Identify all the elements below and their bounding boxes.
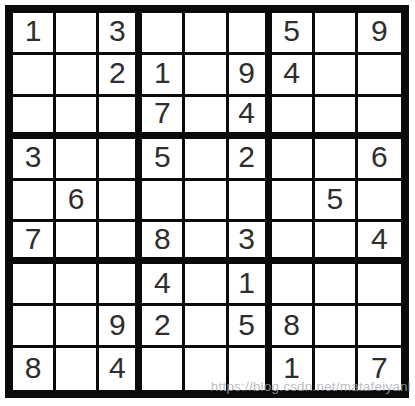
given-digit: 3	[109, 16, 126, 46]
cell-r1c7[interactable]: 5	[272, 13, 315, 55]
cell-r6c6[interactable]: 3	[229, 222, 272, 264]
cell-r4c8[interactable]	[315, 139, 358, 181]
cell-r7c3[interactable]	[99, 264, 142, 306]
cell-r8c9[interactable]	[358, 306, 401, 348]
sudoku-page: 135921947435266578344192588417 https://b…	[0, 0, 415, 406]
given-digit: 4	[283, 58, 300, 88]
given-digit: 8	[154, 224, 171, 254]
given-digit: 7	[371, 353, 388, 383]
given-digit: 7	[25, 224, 42, 254]
cell-r6c1[interactable]: 7	[13, 222, 56, 264]
cell-r1c8[interactable]	[315, 13, 358, 55]
cell-r7c8[interactable]	[315, 264, 358, 306]
cell-r4c1[interactable]: 3	[13, 139, 56, 181]
cell-r2c2[interactable]	[56, 55, 99, 97]
cell-r3c6[interactable]: 4	[229, 97, 272, 139]
cell-r8c7[interactable]: 8	[272, 306, 315, 348]
cell-r5c8[interactable]: 5	[315, 181, 358, 223]
given-digit: 5	[154, 142, 171, 172]
cell-r3c3[interactable]	[99, 97, 142, 139]
given-digit: 4	[109, 353, 126, 383]
cell-r9c2[interactable]	[56, 348, 99, 390]
cell-r3c4[interactable]: 7	[142, 97, 185, 139]
cell-r1c3[interactable]: 3	[99, 13, 142, 55]
cell-r7c5[interactable]	[185, 264, 228, 306]
cell-r5c6[interactable]	[229, 181, 272, 223]
cell-r9c1[interactable]: 8	[13, 348, 56, 390]
cell-r8c3[interactable]: 9	[99, 306, 142, 348]
given-digit: 9	[238, 58, 255, 88]
cell-r8c2[interactable]	[56, 306, 99, 348]
given-digit: 5	[238, 310, 255, 340]
cell-r2c4[interactable]: 1	[142, 55, 185, 97]
cell-r8c1[interactable]	[13, 306, 56, 348]
cell-r3c5[interactable]	[185, 97, 228, 139]
given-digit: 5	[283, 16, 300, 46]
given-digit: 3	[238, 224, 255, 254]
given-digit: 2	[109, 58, 126, 88]
cell-r3c8[interactable]	[315, 97, 358, 139]
cell-r5c9[interactable]	[358, 181, 401, 223]
cell-r7c6[interactable]: 1	[229, 264, 272, 306]
cell-r5c5[interactable]	[185, 181, 228, 223]
cell-r4c2[interactable]	[56, 139, 99, 181]
cell-r6c5[interactable]	[185, 222, 228, 264]
given-digit: 2	[154, 310, 171, 340]
cell-r4c3[interactable]	[99, 139, 142, 181]
given-digit: 4	[371, 224, 388, 254]
cell-r9c3[interactable]: 4	[99, 348, 142, 390]
given-digit: 4	[154, 268, 171, 298]
cell-r4c6[interactable]: 2	[229, 139, 272, 181]
cell-r6c8[interactable]	[315, 222, 358, 264]
given-digit: 9	[371, 16, 388, 46]
cell-r2c6[interactable]: 9	[229, 55, 272, 97]
given-digit: 9	[109, 310, 126, 340]
cell-r7c4[interactable]: 4	[142, 264, 185, 306]
given-digit: 1	[25, 16, 42, 46]
cell-r9c8[interactable]	[315, 348, 358, 390]
given-digit: 6	[371, 142, 388, 172]
cell-r9c7[interactable]: 1	[272, 348, 315, 390]
cell-r6c3[interactable]	[99, 222, 142, 264]
cell-r7c1[interactable]	[13, 264, 56, 306]
cell-r8c5[interactable]	[185, 306, 228, 348]
given-digit: 1	[238, 268, 255, 298]
cell-r2c7[interactable]: 4	[272, 55, 315, 97]
cell-r1c2[interactable]	[56, 13, 99, 55]
cell-r5c4[interactable]	[142, 181, 185, 223]
cell-r8c4[interactable]: 2	[142, 306, 185, 348]
sudoku-board: 135921947435266578344192588417	[5, 5, 409, 398]
given-digit: 8	[25, 353, 42, 383]
cell-r1c4[interactable]	[142, 13, 185, 55]
cell-r6c7[interactable]	[272, 222, 315, 264]
cell-r2c8[interactable]	[315, 55, 358, 97]
cell-r7c7[interactable]	[272, 264, 315, 306]
cell-r4c7[interactable]	[272, 139, 315, 181]
cell-r9c6[interactable]	[229, 348, 272, 390]
cell-r3c9[interactable]	[358, 97, 401, 139]
given-digit: 5	[326, 184, 343, 214]
cell-r9c4[interactable]	[142, 348, 185, 390]
given-digit: 1	[154, 58, 171, 88]
cell-r4c9[interactable]: 6	[358, 139, 401, 181]
cell-r9c9[interactable]: 7	[358, 348, 401, 390]
cell-r1c1[interactable]: 1	[13, 13, 56, 55]
given-digit: 7	[154, 98, 171, 128]
given-digit: 4	[238, 98, 255, 128]
given-digit: 2	[238, 142, 255, 172]
cell-r3c1[interactable]	[13, 97, 56, 139]
given-digit: 1	[283, 353, 300, 383]
cell-r9c5[interactable]	[185, 348, 228, 390]
cell-r8c8[interactable]	[315, 306, 358, 348]
cell-r6c9[interactable]: 4	[358, 222, 401, 264]
cell-r6c4[interactable]: 8	[142, 222, 185, 264]
cell-r5c2[interactable]: 6	[56, 181, 99, 223]
cell-r2c5[interactable]	[185, 55, 228, 97]
cell-r3c2[interactable]	[56, 97, 99, 139]
cell-r5c3[interactable]	[99, 181, 142, 223]
given-digit: 3	[25, 142, 42, 172]
cell-r5c7[interactable]	[272, 181, 315, 223]
cell-r4c4[interactable]: 5	[142, 139, 185, 181]
cell-r5c1[interactable]	[13, 181, 56, 223]
cell-r1c5[interactable]	[185, 13, 228, 55]
given-digit: 8	[283, 310, 300, 340]
cell-r2c1[interactable]	[13, 55, 56, 97]
cell-r2c9[interactable]	[358, 55, 401, 97]
cell-r2c3[interactable]: 2	[99, 55, 142, 97]
cell-r7c2[interactable]	[56, 264, 99, 306]
cell-r6c2[interactable]	[56, 222, 99, 264]
sudoku-grid: 135921947435266578344192588417	[13, 13, 401, 390]
cell-r1c9[interactable]: 9	[358, 13, 401, 55]
cell-r7c9[interactable]	[358, 264, 401, 306]
given-digit: 6	[68, 184, 85, 214]
cell-r3c7[interactable]	[272, 97, 315, 139]
cell-r8c6[interactable]: 5	[229, 306, 272, 348]
cell-r4c5[interactable]	[185, 139, 228, 181]
cell-r1c6[interactable]	[229, 13, 272, 55]
